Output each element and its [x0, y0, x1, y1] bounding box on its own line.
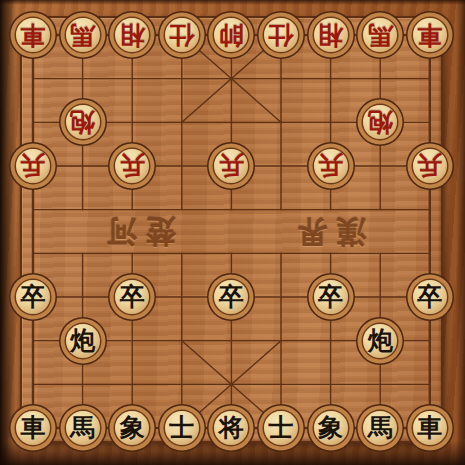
board-cell[interactable] [157, 319, 207, 363]
piece-glyph: 相 [318, 22, 343, 47]
board-cell[interactable] [306, 57, 356, 101]
board-cell[interactable]: 炮 [355, 101, 405, 145]
piece-glyph: 仕 [169, 22, 194, 47]
board-cell[interactable] [256, 188, 306, 232]
board-cell[interactable] [207, 231, 257, 275]
board-cell[interactable] [207, 188, 257, 232]
board-cell[interactable]: 車 [405, 13, 455, 57]
board-cell[interactable] [355, 188, 405, 232]
board-cell[interactable] [58, 275, 108, 319]
piece-glyph: 卒 [219, 284, 244, 309]
piece-glyph: 馬 [368, 415, 393, 440]
board-cell[interactable] [58, 57, 108, 101]
board-cell[interactable] [107, 57, 157, 101]
board-cell[interactable]: 車 [8, 13, 58, 57]
board-cell[interactable] [157, 275, 207, 319]
piece-glyph: 仕 [268, 22, 293, 47]
board-cell[interactable] [306, 231, 356, 275]
board-cell[interactable] [8, 362, 58, 406]
board-cell[interactable] [405, 362, 455, 406]
board-cell[interactable] [58, 362, 108, 406]
board-cell[interactable] [8, 231, 58, 275]
board-cell[interactable]: 車 [8, 406, 58, 450]
board-cell[interactable] [256, 275, 306, 319]
black-soldier[interactable]: 卒 [413, 280, 447, 314]
red-soldier[interactable]: 兵 [314, 149, 348, 183]
board-cell[interactable] [107, 188, 157, 232]
board-cell[interactable] [256, 362, 306, 406]
piece-glyph: 炮 [368, 109, 393, 134]
black-elephant[interactable]: 象 [314, 411, 348, 445]
board-cell[interactable] [107, 101, 157, 145]
board-cell[interactable]: 馬 [355, 13, 405, 57]
red-soldier[interactable]: 兵 [115, 149, 149, 183]
board-cell[interactable] [107, 319, 157, 363]
board-cell[interactable]: 将 [207, 406, 257, 450]
board-cell[interactable] [405, 101, 455, 145]
red-chariot[interactable]: 車 [16, 18, 50, 52]
board-cell[interactable] [355, 362, 405, 406]
board-cell[interactable] [256, 101, 306, 145]
board-cell[interactable] [355, 144, 405, 188]
piece-glyph: 炮 [70, 109, 95, 134]
board-grid: 車馬相仕帥仕相馬車炮炮兵兵兵兵兵卒卒卒卒卒炮炮車馬象士将士象馬車 [8, 13, 454, 450]
piece-glyph: 象 [120, 415, 145, 440]
board-cell[interactable] [207, 101, 257, 145]
piece-glyph: 士 [268, 415, 293, 440]
piece-glyph: 相 [120, 22, 145, 47]
board-cell[interactable]: 相 [306, 13, 356, 57]
black-cannon[interactable]: 炮 [66, 324, 100, 358]
board-cell[interactable]: 馬 [355, 406, 405, 450]
piece-glyph: 車 [20, 415, 45, 440]
red-soldier[interactable]: 兵 [214, 149, 248, 183]
piece-glyph: 兵 [20, 153, 45, 178]
piece-glyph: 卒 [417, 284, 442, 309]
board-cell[interactable]: 炮 [58, 319, 108, 363]
red-elephant[interactable]: 相 [314, 18, 348, 52]
board-cell[interactable]: 兵 [107, 144, 157, 188]
board-cell[interactable]: 馬 [58, 13, 108, 57]
board-cell[interactable] [256, 144, 306, 188]
red-soldier[interactable]: 兵 [16, 149, 50, 183]
board-cell[interactable]: 兵 [405, 144, 455, 188]
red-chariot[interactable]: 車 [413, 18, 447, 52]
board-cell[interactable]: 仕 [157, 13, 207, 57]
piece-glyph: 馬 [70, 415, 95, 440]
piece-glyph: 卒 [20, 284, 45, 309]
red-elephant[interactable]: 相 [115, 18, 149, 52]
board-cell[interactable]: 象 [107, 406, 157, 450]
piece-glyph: 車 [417, 415, 442, 440]
board-cell[interactable] [207, 362, 257, 406]
board-cell[interactable] [256, 319, 306, 363]
board-cell[interactable] [157, 57, 207, 101]
red-cannon[interactable]: 炮 [66, 105, 100, 139]
board-cell[interactable] [58, 231, 108, 275]
board-cell[interactable]: 馬 [58, 406, 108, 450]
red-cannon[interactable]: 炮 [363, 105, 397, 139]
board-cell[interactable] [306, 319, 356, 363]
board-cell[interactable] [355, 57, 405, 101]
board-cell[interactable] [157, 101, 207, 145]
board-cell[interactable] [256, 57, 306, 101]
board-cell[interactable] [157, 144, 207, 188]
board-cell[interactable]: 卒 [306, 275, 356, 319]
piece-glyph: 兵 [120, 153, 145, 178]
red-advisor[interactable]: 仕 [165, 18, 199, 52]
black-soldier[interactable]: 卒 [214, 280, 248, 314]
board-cell[interactable]: 炮 [58, 101, 108, 145]
black-chariot[interactable]: 車 [16, 411, 50, 445]
board-cell[interactable] [58, 188, 108, 232]
piece-glyph: 炮 [70, 328, 95, 353]
piece-glyph: 兵 [417, 153, 442, 178]
black-chariot[interactable]: 車 [413, 411, 447, 445]
board-cell[interactable] [58, 144, 108, 188]
piece-glyph: 卒 [318, 284, 343, 309]
board-cell[interactable]: 兵 [207, 144, 257, 188]
board-cell[interactable]: 士 [157, 406, 207, 450]
piece-glyph: 兵 [318, 153, 343, 178]
board-cell[interactable] [207, 57, 257, 101]
board-cell[interactable]: 車 [405, 406, 455, 450]
board-cell[interactable]: 卒 [107, 275, 157, 319]
piece-glyph: 将 [219, 415, 244, 440]
board-cell[interactable] [157, 188, 207, 232]
black-soldier[interactable]: 卒 [314, 280, 348, 314]
red-horse[interactable]: 馬 [363, 18, 397, 52]
board-cell[interactable]: 相 [107, 13, 157, 57]
black-horse[interactable]: 馬 [363, 411, 397, 445]
board-cell[interactable]: 帥 [207, 13, 257, 57]
board-cell[interactable] [256, 231, 306, 275]
board-cell[interactable] [107, 362, 157, 406]
board-cell[interactable]: 象 [306, 406, 356, 450]
board-cell[interactable] [405, 231, 455, 275]
piece-glyph: 士 [169, 415, 194, 440]
black-advisor[interactable]: 士 [165, 411, 199, 445]
board-cell[interactable] [405, 319, 455, 363]
board-cell[interactable] [107, 231, 157, 275]
board-cell[interactable]: 兵 [306, 144, 356, 188]
red-general[interactable]: 帥 [214, 18, 248, 52]
black-soldier[interactable]: 卒 [115, 280, 149, 314]
black-advisor[interactable]: 士 [264, 411, 298, 445]
board-cell[interactable]: 卒 [207, 275, 257, 319]
board-cell[interactable] [8, 319, 58, 363]
board-cell[interactable] [306, 362, 356, 406]
piece-glyph: 卒 [120, 284, 145, 309]
piece-glyph: 車 [417, 22, 442, 47]
black-general[interactable]: 将 [214, 411, 248, 445]
piece-glyph: 象 [318, 415, 343, 440]
red-advisor[interactable]: 仕 [264, 18, 298, 52]
board-cell[interactable]: 仕 [256, 13, 306, 57]
red-horse[interactable]: 馬 [66, 18, 100, 52]
board-cell[interactable]: 兵 [8, 144, 58, 188]
piece-glyph: 炮 [368, 328, 393, 353]
board-cell[interactable] [8, 188, 58, 232]
board-cell[interactable] [306, 101, 356, 145]
board-cell[interactable] [207, 319, 257, 363]
board-cell[interactable] [8, 101, 58, 145]
black-soldier[interactable]: 卒 [16, 280, 50, 314]
board-cell[interactable] [355, 231, 405, 275]
black-elephant[interactable]: 象 [115, 411, 149, 445]
piece-glyph: 車 [20, 22, 45, 47]
piece-glyph: 馬 [368, 22, 393, 47]
board-cell[interactable] [306, 188, 356, 232]
board-cell[interactable] [157, 231, 207, 275]
piece-glyph: 兵 [219, 153, 244, 178]
board-cell[interactable]: 卒 [405, 275, 455, 319]
black-cannon[interactable]: 炮 [363, 324, 397, 358]
red-soldier[interactable]: 兵 [413, 149, 447, 183]
board-cell[interactable] [355, 275, 405, 319]
black-horse[interactable]: 馬 [66, 411, 100, 445]
board-cell[interactable]: 卒 [8, 275, 58, 319]
board-cell[interactable] [157, 362, 207, 406]
board-cell[interactable] [405, 57, 455, 101]
piece-glyph: 馬 [70, 22, 95, 47]
board-cell[interactable]: 士 [256, 406, 306, 450]
board-cell[interactable] [8, 57, 58, 101]
board-cell[interactable]: 炮 [355, 319, 405, 363]
board-cell[interactable] [405, 188, 455, 232]
piece-glyph: 帥 [219, 22, 244, 47]
